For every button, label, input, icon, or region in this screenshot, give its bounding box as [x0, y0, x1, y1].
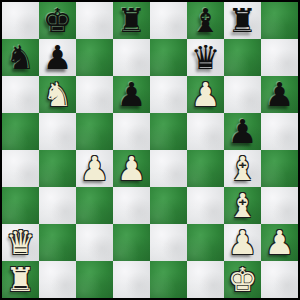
- piece-black-pawn[interactable]: ♟: [228, 115, 258, 148]
- square-c3[interactable]: [76, 187, 113, 224]
- square-e3[interactable]: [150, 187, 187, 224]
- piece-black-rook[interactable]: ♜: [228, 4, 258, 37]
- piece-white-queen[interactable]: ♛: [6, 226, 36, 259]
- piece-black-knight[interactable]: ♞: [6, 41, 36, 74]
- square-c5[interactable]: [76, 113, 113, 150]
- square-g6[interactable]: [224, 76, 261, 113]
- square-b4[interactable]: [39, 150, 76, 187]
- square-g3[interactable]: ♝: [224, 187, 261, 224]
- square-d6[interactable]: ♟: [113, 76, 150, 113]
- square-e6[interactable]: [150, 76, 187, 113]
- square-a2[interactable]: ♛: [2, 224, 39, 261]
- piece-white-pawn[interactable]: ♟: [265, 226, 295, 259]
- piece-white-pawn[interactable]: ♟: [80, 152, 110, 185]
- piece-white-king[interactable]: ♚: [228, 263, 258, 296]
- square-c7[interactable]: [76, 39, 113, 76]
- square-c1[interactable]: [76, 261, 113, 298]
- piece-black-pawn[interactable]: ♟: [265, 78, 295, 111]
- square-f2[interactable]: [187, 224, 224, 261]
- square-b3[interactable]: [39, 187, 76, 224]
- piece-white-pawn[interactable]: ♟: [117, 152, 147, 185]
- square-d8[interactable]: ♜: [113, 2, 150, 39]
- square-b7[interactable]: ♟: [39, 39, 76, 76]
- square-h3[interactable]: [261, 187, 298, 224]
- piece-white-pawn[interactable]: ♟: [228, 226, 258, 259]
- square-d4[interactable]: ♟: [113, 150, 150, 187]
- square-f5[interactable]: [187, 113, 224, 150]
- piece-white-rook[interactable]: ♜: [6, 263, 36, 296]
- square-c4[interactable]: ♟: [76, 150, 113, 187]
- square-h7[interactable]: [261, 39, 298, 76]
- square-b8[interactable]: ♚: [39, 2, 76, 39]
- square-e2[interactable]: [150, 224, 187, 261]
- square-g7[interactable]: [224, 39, 261, 76]
- piece-black-bishop[interactable]: ♝: [191, 4, 221, 37]
- square-h4[interactable]: [261, 150, 298, 187]
- piece-black-pawn[interactable]: ♟: [117, 78, 147, 111]
- square-e4[interactable]: [150, 150, 187, 187]
- square-d3[interactable]: [113, 187, 150, 224]
- square-h5[interactable]: [261, 113, 298, 150]
- square-b6[interactable]: ♞: [39, 76, 76, 113]
- square-d2[interactable]: [113, 224, 150, 261]
- square-b2[interactable]: [39, 224, 76, 261]
- piece-black-rook[interactable]: ♜: [117, 4, 147, 37]
- piece-white-bishop[interactable]: ♝: [228, 189, 258, 222]
- square-h8[interactable]: [261, 2, 298, 39]
- square-f7[interactable]: ♛: [187, 39, 224, 76]
- square-b5[interactable]: [39, 113, 76, 150]
- piece-white-pawn[interactable]: ♟: [191, 78, 221, 111]
- square-f8[interactable]: ♝: [187, 2, 224, 39]
- square-a3[interactable]: [2, 187, 39, 224]
- square-f1[interactable]: [187, 261, 224, 298]
- square-d1[interactable]: [113, 261, 150, 298]
- square-e8[interactable]: [150, 2, 187, 39]
- square-d5[interactable]: [113, 113, 150, 150]
- piece-black-queen[interactable]: ♛: [191, 41, 221, 74]
- piece-black-pawn[interactable]: ♟: [43, 41, 73, 74]
- square-e5[interactable]: [150, 113, 187, 150]
- square-g4[interactable]: ♝: [224, 150, 261, 187]
- square-a1[interactable]: ♜: [2, 261, 39, 298]
- piece-white-knight[interactable]: ♞: [43, 78, 73, 111]
- square-h1[interactable]: [261, 261, 298, 298]
- chess-board: ♚♜♝♜♞♟♛♞♟♟♟♟♟♟♝♝♛♟♟♜♚: [2, 2, 298, 298]
- square-g1[interactable]: ♚: [224, 261, 261, 298]
- board-frame: ♚♜♝♜♞♟♛♞♟♟♟♟♟♟♝♝♛♟♟♜♚: [0, 0, 300, 300]
- square-a6[interactable]: [2, 76, 39, 113]
- square-f3[interactable]: [187, 187, 224, 224]
- piece-black-king[interactable]: ♚: [43, 4, 73, 37]
- square-a8[interactable]: [2, 2, 39, 39]
- square-f4[interactable]: [187, 150, 224, 187]
- square-a5[interactable]: [2, 113, 39, 150]
- square-c2[interactable]: [76, 224, 113, 261]
- square-g2[interactable]: ♟: [224, 224, 261, 261]
- square-h2[interactable]: ♟: [261, 224, 298, 261]
- square-c8[interactable]: [76, 2, 113, 39]
- square-g5[interactable]: ♟: [224, 113, 261, 150]
- square-e7[interactable]: [150, 39, 187, 76]
- square-g8[interactable]: ♜: [224, 2, 261, 39]
- square-b1[interactable]: [39, 261, 76, 298]
- square-h6[interactable]: ♟: [261, 76, 298, 113]
- piece-white-bishop[interactable]: ♝: [228, 152, 258, 185]
- square-c6[interactable]: [76, 76, 113, 113]
- square-e1[interactable]: [150, 261, 187, 298]
- square-a7[interactable]: ♞: [2, 39, 39, 76]
- square-f6[interactable]: ♟: [187, 76, 224, 113]
- square-d7[interactable]: [113, 39, 150, 76]
- square-a4[interactable]: [2, 150, 39, 187]
